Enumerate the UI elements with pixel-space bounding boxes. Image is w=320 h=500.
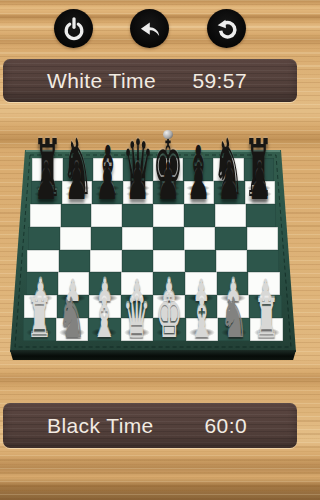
square-a8[interactable] xyxy=(32,158,62,181)
white-timer-value: 59:57 xyxy=(192,69,247,93)
black-timer-banner: Black Time 60:0 xyxy=(3,403,297,448)
square-b8[interactable] xyxy=(63,158,93,181)
square-b4[interactable] xyxy=(59,250,90,273)
square-a4[interactable] xyxy=(27,250,58,273)
square-a3[interactable] xyxy=(26,272,58,295)
square-e8[interactable] xyxy=(153,158,183,181)
square-e2[interactable] xyxy=(153,295,185,318)
square-c7[interactable] xyxy=(92,181,123,204)
square-h8[interactable] xyxy=(244,158,274,181)
square-f2[interactable] xyxy=(185,295,217,318)
square-e7[interactable] xyxy=(153,181,184,204)
square-g5[interactable] xyxy=(215,227,246,250)
power-icon xyxy=(61,16,87,42)
square-e5[interactable] xyxy=(153,227,184,250)
square-b6[interactable] xyxy=(61,204,92,227)
square-g8[interactable] xyxy=(213,158,243,181)
square-b5[interactable] xyxy=(60,227,91,250)
square-g6[interactable] xyxy=(215,204,246,227)
chessboard: ♜♞♝♛♚♝♞♜♟♟♟♟♟♟♟♟♟♟♟♟♟♟♟♟♜♞♝♛♚♝♞♜ xyxy=(8,150,298,352)
square-c2[interactable] xyxy=(89,295,121,318)
black-timer-label: Black Time xyxy=(47,414,154,438)
square-b1[interactable] xyxy=(56,318,88,341)
square-h1[interactable] xyxy=(250,318,282,341)
square-f4[interactable] xyxy=(185,250,216,273)
board-squares xyxy=(8,150,298,352)
square-c8[interactable] xyxy=(93,158,123,181)
square-d7[interactable] xyxy=(123,181,154,204)
square-a2[interactable] xyxy=(24,295,56,318)
square-d8[interactable] xyxy=(123,158,153,181)
undo-button[interactable] xyxy=(130,9,169,48)
square-d5[interactable] xyxy=(122,227,153,250)
square-c6[interactable] xyxy=(91,204,122,227)
square-e3[interactable] xyxy=(153,272,185,295)
square-b3[interactable] xyxy=(58,272,90,295)
square-h3[interactable] xyxy=(248,272,280,295)
square-d6[interactable] xyxy=(122,204,153,227)
black-timer-value: 60:0 xyxy=(205,414,247,438)
square-a5[interactable] xyxy=(28,227,59,250)
square-f8[interactable] xyxy=(183,158,213,181)
square-h6[interactable] xyxy=(246,204,277,227)
white-timer-banner: White Time 59:57 xyxy=(3,59,297,102)
square-f5[interactable] xyxy=(184,227,215,250)
square-g4[interactable] xyxy=(216,250,247,273)
square-h2[interactable] xyxy=(249,295,281,318)
square-g1[interactable] xyxy=(218,318,250,341)
square-f1[interactable] xyxy=(186,318,218,341)
square-e1[interactable] xyxy=(153,318,185,341)
square-d1[interactable] xyxy=(121,318,153,341)
square-c4[interactable] xyxy=(90,250,121,273)
power-button[interactable] xyxy=(54,9,93,48)
undo-arrow-icon xyxy=(137,16,163,42)
square-a6[interactable] xyxy=(30,204,61,227)
square-d3[interactable] xyxy=(121,272,153,295)
square-f7[interactable] xyxy=(184,181,215,204)
square-a1[interactable] xyxy=(23,318,55,341)
square-e6[interactable] xyxy=(153,204,184,227)
square-g7[interactable] xyxy=(214,181,245,204)
square-d4[interactable] xyxy=(122,250,153,273)
square-h4[interactable] xyxy=(247,250,278,273)
restart-button[interactable] xyxy=(207,9,246,48)
square-h7[interactable] xyxy=(245,181,276,204)
square-c3[interactable] xyxy=(89,272,121,295)
square-b7[interactable] xyxy=(62,181,93,204)
square-g2[interactable] xyxy=(217,295,249,318)
square-c5[interactable] xyxy=(91,227,122,250)
square-f6[interactable] xyxy=(184,204,215,227)
square-f3[interactable] xyxy=(185,272,217,295)
square-b2[interactable] xyxy=(57,295,89,318)
restart-icon xyxy=(214,16,240,42)
square-a7[interactable] xyxy=(31,181,62,204)
square-g3[interactable] xyxy=(217,272,249,295)
square-c1[interactable] xyxy=(88,318,120,341)
white-timer-label: White Time xyxy=(47,69,156,93)
king-orb-finial xyxy=(163,130,173,139)
square-h5[interactable] xyxy=(247,227,278,250)
square-d2[interactable] xyxy=(121,295,153,318)
square-e4[interactable] xyxy=(153,250,184,273)
